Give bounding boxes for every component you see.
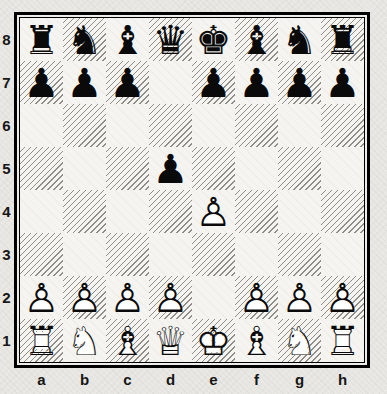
piece-white-pawn: ♟♙: [20, 276, 63, 319]
piece-white-bishop: ♝♗: [235, 319, 278, 362]
chess-board: ♜♞♝♛♚♝♞♜♟♟♟♟♟♟♟♟♟♙♟♙♟♙♟♙♟♙♟♙♟♙♟♙♜♖♞♘♝♗♛♕…: [14, 12, 370, 368]
piece-black-bishop: ♝: [106, 18, 149, 61]
square-e4[interactable]: ♟♙: [192, 190, 235, 233]
piece-white-bishop: ♝♗: [106, 319, 149, 362]
rank-label-4: 4: [0, 190, 13, 233]
square-g6[interactable]: [278, 104, 321, 147]
square-f1[interactable]: ♝♗: [235, 319, 278, 362]
square-b1[interactable]: ♞♘: [63, 319, 106, 362]
piece-glyph: ♗: [235, 319, 278, 362]
piece-black-pawn: ♟: [192, 61, 235, 104]
square-f4[interactable]: [235, 190, 278, 233]
piece-glyph: ♟: [321, 61, 364, 104]
square-c5[interactable]: [106, 147, 149, 190]
square-h8[interactable]: ♜: [321, 18, 364, 61]
square-b8[interactable]: ♞: [63, 18, 106, 61]
rank-labels: 87654321: [0, 18, 13, 362]
piece-black-pawn: ♟: [20, 61, 63, 104]
square-g1[interactable]: ♞♘: [278, 319, 321, 362]
rank-label-3: 3: [0, 233, 13, 276]
square-f3[interactable]: [235, 233, 278, 276]
piece-glyph: ♜: [321, 18, 364, 61]
square-g5[interactable]: [278, 147, 321, 190]
piece-white-knight: ♞♘: [278, 319, 321, 362]
piece-black-pawn: ♟: [278, 61, 321, 104]
file-label-f: f: [235, 368, 278, 392]
square-h5[interactable]: [321, 147, 364, 190]
square-f7[interactable]: ♟: [235, 61, 278, 104]
square-g3[interactable]: [278, 233, 321, 276]
piece-white-pawn: ♟♙: [149, 276, 192, 319]
piece-white-queen: ♛♕: [149, 319, 192, 362]
square-b5[interactable]: [63, 147, 106, 190]
piece-white-pawn: ♟♙: [321, 276, 364, 319]
square-b2[interactable]: ♟♙: [63, 276, 106, 319]
piece-glyph: ♙: [321, 276, 364, 319]
piece-black-knight: ♞: [63, 18, 106, 61]
file-label-h: h: [321, 368, 364, 392]
square-f8[interactable]: ♝: [235, 18, 278, 61]
file-label-b: b: [63, 368, 106, 392]
square-b7[interactable]: ♟: [63, 61, 106, 104]
piece-glyph: ♘: [278, 319, 321, 362]
piece-black-rook: ♜: [20, 18, 63, 61]
square-g7[interactable]: ♟: [278, 61, 321, 104]
square-a3[interactable]: [20, 233, 63, 276]
square-f6[interactable]: [235, 104, 278, 147]
square-c1[interactable]: ♝♗: [106, 319, 149, 362]
piece-black-rook: ♜: [321, 18, 364, 61]
piece-glyph: ♖: [20, 319, 63, 362]
square-a1[interactable]: ♜♖: [20, 319, 63, 362]
piece-white-pawn: ♟♙: [192, 190, 235, 233]
square-e8[interactable]: ♚: [192, 18, 235, 61]
piece-glyph: ♝: [106, 18, 149, 61]
square-e5[interactable]: [192, 147, 235, 190]
square-d4[interactable]: [149, 190, 192, 233]
square-d6[interactable]: [149, 104, 192, 147]
rank-label-6: 6: [0, 104, 13, 147]
piece-black-pawn: ♟: [149, 147, 192, 190]
rank-label-5: 5: [0, 147, 13, 190]
piece-glyph: ♝: [235, 18, 278, 61]
file-label-d: d: [149, 368, 192, 392]
piece-glyph: ♙: [106, 276, 149, 319]
file-labels: abcdefgh: [20, 368, 364, 392]
piece-black-pawn: ♟: [63, 61, 106, 104]
piece-glyph: ♙: [192, 190, 235, 233]
square-a2[interactable]: ♟♙: [20, 276, 63, 319]
square-h6[interactable]: [321, 104, 364, 147]
piece-glyph: ♟: [278, 61, 321, 104]
rank-label-2: 2: [0, 276, 13, 319]
board-outer-border: ♜♞♝♛♚♝♞♜♟♟♟♟♟♟♟♟♟♙♟♙♟♙♟♙♟♙♟♙♟♙♟♙♜♖♞♘♝♗♛♕…: [14, 12, 370, 368]
piece-glyph: ♖: [321, 319, 364, 362]
piece-glyph: ♟: [106, 61, 149, 104]
piece-black-king: ♚: [192, 18, 235, 61]
piece-glyph: ♟: [235, 61, 278, 104]
piece-white-rook: ♜♖: [20, 319, 63, 362]
square-a5[interactable]: [20, 147, 63, 190]
square-f5[interactable]: [235, 147, 278, 190]
piece-black-pawn: ♟: [321, 61, 364, 104]
square-c7[interactable]: ♟: [106, 61, 149, 104]
square-d8[interactable]: ♛: [149, 18, 192, 61]
piece-glyph: ♟: [20, 61, 63, 104]
piece-glyph: ♙: [20, 276, 63, 319]
piece-white-rook: ♜♖: [321, 319, 364, 362]
piece-glyph: ♙: [278, 276, 321, 319]
square-c6[interactable]: [106, 104, 149, 147]
piece-black-bishop: ♝: [235, 18, 278, 61]
square-e7[interactable]: ♟: [192, 61, 235, 104]
square-g4[interactable]: [278, 190, 321, 233]
piece-black-pawn: ♟: [235, 61, 278, 104]
piece-black-pawn: ♟: [106, 61, 149, 104]
square-b4[interactable]: [63, 190, 106, 233]
piece-glyph: ♕: [149, 319, 192, 362]
rank-label-1: 1: [0, 319, 13, 362]
square-c4[interactable]: [106, 190, 149, 233]
piece-white-pawn: ♟♙: [106, 276, 149, 319]
piece-glyph: ♜: [20, 18, 63, 61]
square-d1[interactable]: ♛♕: [149, 319, 192, 362]
piece-glyph: ♚: [192, 18, 235, 61]
piece-glyph: ♟: [63, 61, 106, 104]
piece-white-king: ♚♔: [192, 319, 235, 362]
square-d2[interactable]: ♟♙: [149, 276, 192, 319]
square-e2[interactable]: [192, 276, 235, 319]
square-a6[interactable]: [20, 104, 63, 147]
square-h4[interactable]: [321, 190, 364, 233]
piece-glyph: ♟: [149, 147, 192, 190]
piece-glyph: ♙: [149, 276, 192, 319]
rank-label-7: 7: [0, 61, 13, 104]
square-e6[interactable]: [192, 104, 235, 147]
board-grid: ♜♞♝♛♚♝♞♜♟♟♟♟♟♟♟♟♟♙♟♙♟♙♟♙♟♙♟♙♟♙♟♙♜♖♞♘♝♗♛♕…: [20, 18, 364, 362]
board-inner-border: ♜♞♝♛♚♝♞♜♟♟♟♟♟♟♟♟♟♙♟♙♟♙♟♙♟♙♟♙♟♙♟♙♜♖♞♘♝♗♛♕…: [19, 17, 365, 363]
square-a8[interactable]: ♜: [20, 18, 63, 61]
piece-glyph: ♘: [63, 319, 106, 362]
square-h2[interactable]: ♟♙: [321, 276, 364, 319]
piece-glyph: ♙: [235, 276, 278, 319]
piece-white-pawn: ♟♙: [63, 276, 106, 319]
square-b3[interactable]: [63, 233, 106, 276]
square-d3[interactable]: [149, 233, 192, 276]
piece-glyph: ♟: [192, 61, 235, 104]
piece-glyph: ♞: [278, 18, 321, 61]
square-d7[interactable]: [149, 61, 192, 104]
square-f2[interactable]: ♟♙: [235, 276, 278, 319]
piece-glyph: ♔: [192, 319, 235, 362]
file-label-e: e: [192, 368, 235, 392]
square-c8[interactable]: ♝: [106, 18, 149, 61]
square-g8[interactable]: ♞: [278, 18, 321, 61]
piece-glyph: ♛: [149, 18, 192, 61]
square-h1[interactable]: ♜♖: [321, 319, 364, 362]
piece-white-pawn: ♟♙: [278, 276, 321, 319]
square-c3[interactable]: [106, 233, 149, 276]
square-a4[interactable]: [20, 190, 63, 233]
square-g2[interactable]: ♟♙: [278, 276, 321, 319]
piece-glyph: ♙: [63, 276, 106, 319]
piece-glyph: ♞: [63, 18, 106, 61]
file-label-a: a: [20, 368, 63, 392]
square-d5[interactable]: ♟: [149, 147, 192, 190]
piece-white-knight: ♞♘: [63, 319, 106, 362]
square-h7[interactable]: ♟: [321, 61, 364, 104]
piece-glyph: ♗: [106, 319, 149, 362]
piece-white-pawn: ♟♙: [235, 276, 278, 319]
file-label-c: c: [106, 368, 149, 392]
piece-black-knight: ♞: [278, 18, 321, 61]
file-label-g: g: [278, 368, 321, 392]
square-h3[interactable]: [321, 233, 364, 276]
square-a7[interactable]: ♟: [20, 61, 63, 104]
square-b6[interactable]: [63, 104, 106, 147]
square-c2[interactable]: ♟♙: [106, 276, 149, 319]
piece-black-queen: ♛: [149, 18, 192, 61]
square-e1[interactable]: ♚♔: [192, 319, 235, 362]
rank-label-8: 8: [0, 18, 13, 61]
square-e3[interactable]: [192, 233, 235, 276]
chess-diagram-page: { "game": "chess", "position": { "fen": …: [0, 0, 387, 394]
